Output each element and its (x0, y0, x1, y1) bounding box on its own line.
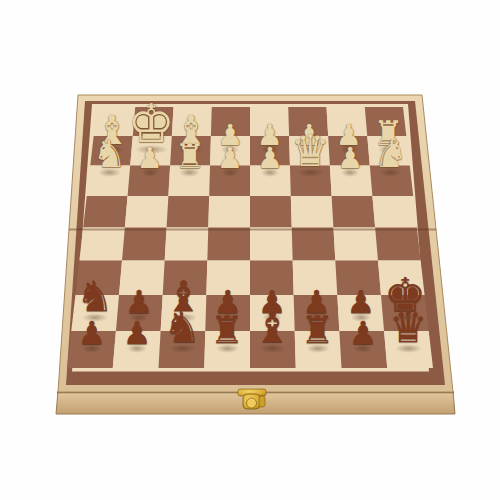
board-square-f5[interactable] (291, 196, 334, 228)
dark-pawn-b1[interactable]: ♟ (123, 317, 152, 349)
board-square-e5[interactable] (250, 196, 292, 228)
board-square-a4[interactable] (79, 228, 125, 261)
brass-clasp-part (259, 396, 265, 407)
light-rook-c7[interactable]: ♜ (175, 139, 205, 173)
board-square-h5[interactable] (372, 196, 416, 228)
light-queen-f7[interactable]: ♛ (290, 129, 329, 173)
board-square-f4[interactable] (292, 228, 336, 261)
board-square-c5[interactable] (167, 196, 210, 228)
board-square-g5[interactable] (332, 196, 376, 228)
light-knight-a7[interactable]: ♞ (92, 135, 126, 173)
board-square-d5[interactable] (208, 196, 250, 228)
brass-clasp-part (247, 398, 257, 408)
board-square-c4[interactable] (165, 228, 209, 261)
chess-board (0, 0, 500, 500)
board-square-a5[interactable] (83, 196, 127, 228)
dark-knight-a2[interactable]: ♞ (76, 276, 114, 318)
board-square-d4[interactable] (207, 228, 250, 261)
dark-queen-h1[interactable]: ♛ (389, 306, 428, 349)
dark-bishop-e1[interactable]: ♝ (253, 306, 292, 349)
dark-pawn-g1[interactable]: ♟ (349, 317, 378, 349)
chess-set-product-photo: ♝♚♝♟♟♟♟♜♞♟♜♟♟♛♟♞♞♟♝♟♟♟♟♚♟♟♞♜♝♜♟♛ (0, 0, 500, 500)
light-pawn-g7[interactable]: ♟ (337, 144, 363, 173)
dark-rook-f1[interactable]: ♜ (301, 311, 335, 349)
board-square-e4[interactable] (250, 228, 293, 261)
light-pawn-d7[interactable]: ♟ (217, 144, 243, 173)
dark-rook-d1[interactable]: ♜ (210, 311, 244, 349)
board-square-g4[interactable] (333, 228, 378, 261)
board-square-b5[interactable] (125, 196, 169, 228)
dark-pawn-a1[interactable]: ♟ (77, 317, 106, 349)
board-square-h4[interactable] (375, 228, 421, 261)
light-pawn-e7[interactable]: ♟ (257, 144, 283, 173)
light-pawn-b7[interactable]: ♟ (137, 144, 163, 173)
dark-knight-c1[interactable]: ♞ (163, 306, 202, 349)
board-square-b4[interactable] (122, 228, 167, 261)
light-knight-h7[interactable]: ♞ (373, 135, 407, 173)
